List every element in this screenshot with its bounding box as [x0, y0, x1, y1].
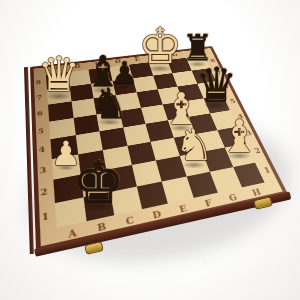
rank-label-left-8: 8: [32, 75, 45, 91]
rank-label-left-7: 7: [33, 89, 47, 106]
rank-label-left-1: 1: [37, 203, 55, 232]
rank-label-left-3: 3: [35, 159, 51, 183]
rank-label-left-6: 6: [33, 105, 47, 124]
rank-label-left-2: 2: [36, 180, 53, 206]
rank-label-left-4: 4: [34, 140, 49, 162]
rank-label-left-5: 5: [34, 122, 49, 142]
chess-product-photo: AABBCCDDEEFFGGHH1122334455667788 ♚♛♝♝♞♟♚…: [0, 0, 300, 300]
